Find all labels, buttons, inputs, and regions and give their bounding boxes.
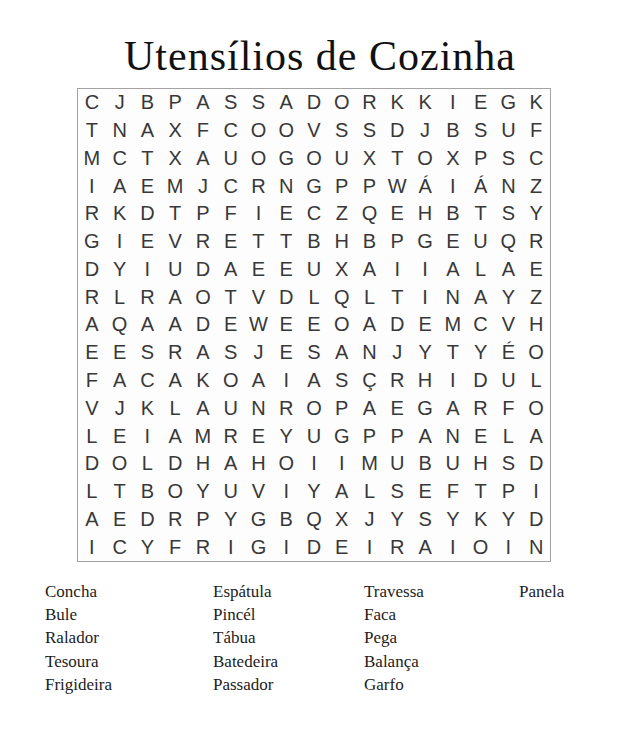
grid-cell[interactable]: O	[522, 339, 550, 367]
grid-cell[interactable]: I	[356, 533, 384, 561]
grid-cell[interactable]: L	[522, 367, 550, 395]
grid-cell[interactable]: E	[383, 394, 411, 422]
word-item: Espátula	[213, 580, 278, 603]
grid-cell[interactable]: F	[78, 367, 106, 395]
grid-cell[interactable]: D	[300, 89, 328, 117]
grid-cell[interactable]: E	[272, 339, 300, 367]
grid-cell[interactable]: A	[356, 311, 384, 339]
grid-cell[interactable]: K	[411, 89, 439, 117]
grid-cell[interactable]: R	[161, 339, 189, 367]
grid-cell[interactable]: Y	[494, 505, 522, 533]
grid-cell[interactable]: D	[161, 450, 189, 478]
grid-cell[interactable]: U	[300, 256, 328, 284]
grid-cell[interactable]: D	[78, 256, 106, 284]
grid-cell[interactable]: B	[134, 89, 162, 117]
grid-cell[interactable]: T	[78, 117, 106, 145]
grid-cell[interactable]: O	[522, 394, 550, 422]
grid-cell[interactable]: M	[161, 172, 189, 200]
word-item: Panela	[519, 580, 564, 603]
grid-cell[interactable]: A	[106, 172, 134, 200]
grid-cell[interactable]: A	[189, 394, 217, 422]
grid-cell[interactable]: A	[189, 89, 217, 117]
grid-cell[interactable]: A	[356, 394, 384, 422]
grid-cell[interactable]: G	[328, 422, 356, 450]
grid-cell[interactable]: R	[522, 228, 550, 256]
grid-cell[interactable]: I	[328, 450, 356, 478]
grid-cell[interactable]: K	[106, 200, 134, 228]
grid-cell[interactable]: F	[439, 478, 467, 506]
grid-cell[interactable]: A	[411, 533, 439, 561]
grid-cell[interactable]: C	[300, 200, 328, 228]
grid-cell[interactable]: Á	[467, 172, 495, 200]
grid-cell[interactable]: D	[300, 533, 328, 561]
grid-cell[interactable]: N	[106, 117, 134, 145]
grid-cell[interactable]: O	[328, 89, 356, 117]
grid-cell[interactable]: O	[106, 450, 134, 478]
grid-cell[interactable]: S	[217, 339, 245, 367]
grid-cell[interactable]: P	[383, 422, 411, 450]
grid-cell[interactable]: C	[106, 145, 134, 173]
grid-cell[interactable]: A	[356, 256, 384, 284]
grid-cell[interactable]: C	[134, 367, 162, 395]
grid-cell[interactable]: E	[328, 533, 356, 561]
grid-cell[interactable]: A	[134, 311, 162, 339]
grid-cell[interactable]: J	[411, 117, 439, 145]
grid-cell[interactable]: E	[411, 311, 439, 339]
grid-cell[interactable]: T	[161, 200, 189, 228]
grid-cell[interactable]: J	[383, 339, 411, 367]
word-item: Tábua	[213, 626, 278, 649]
grid-cell[interactable]: L	[78, 478, 106, 506]
grid-cell[interactable]: Q	[300, 505, 328, 533]
grid-cell[interactable]: X	[161, 145, 189, 173]
grid-cell[interactable]: I	[272, 367, 300, 395]
grid-cell[interactable]: B	[356, 228, 384, 256]
grid-cell[interactable]: H	[411, 200, 439, 228]
grid-cell[interactable]: A	[494, 256, 522, 284]
grid-cell[interactable]: S	[300, 339, 328, 367]
grid-cell[interactable]: T	[439, 339, 467, 367]
grid-cell[interactable]: Y	[300, 478, 328, 506]
grid-cell[interactable]: D	[78, 450, 106, 478]
grid-cell[interactable]: G	[411, 228, 439, 256]
grid-cell[interactable]: A	[161, 422, 189, 450]
grid-cell[interactable]: A	[134, 117, 162, 145]
grid-cell[interactable]: C	[217, 172, 245, 200]
grid-cell[interactable]: Y	[439, 505, 467, 533]
grid-cell[interactable]: B	[300, 228, 328, 256]
grid-cell[interactable]: M	[78, 145, 106, 173]
word-item: Tesoura	[45, 650, 112, 673]
grid-cell[interactable]: B	[439, 117, 467, 145]
grid-cell[interactable]: Ç	[356, 367, 384, 395]
grid-cell[interactable]: L	[467, 256, 495, 284]
grid-cell[interactable]: O	[189, 283, 217, 311]
grid-cell[interactable]: Z	[522, 283, 550, 311]
grid-cell[interactable]: Q	[494, 228, 522, 256]
grid-cell[interactable]: N	[272, 172, 300, 200]
grid-cell[interactable]: E	[300, 311, 328, 339]
grid-cell[interactable]: P	[356, 172, 384, 200]
grid-cell[interactable]: C	[467, 311, 495, 339]
grid-cell[interactable]: U	[328, 145, 356, 173]
grid-cell[interactable]: S	[328, 367, 356, 395]
grid-cell[interactable]: B	[411, 450, 439, 478]
grid-cell[interactable]: S	[356, 117, 384, 145]
grid-cell[interactable]: X	[439, 145, 467, 173]
word-item: Travessa	[364, 580, 424, 603]
grid-cell[interactable]: G	[272, 145, 300, 173]
grid-cell[interactable]: V	[245, 478, 273, 506]
grid-cell[interactable]: S	[494, 450, 522, 478]
grid-cell[interactable]: K	[467, 505, 495, 533]
grid-cell[interactable]: É	[494, 339, 522, 367]
grid-cell[interactable]: I	[245, 200, 273, 228]
grid-cell[interactable]: M	[356, 450, 384, 478]
grid-cell[interactable]: Y	[494, 283, 522, 311]
grid-cell[interactable]: D	[272, 283, 300, 311]
grid-cell[interactable]: A	[522, 422, 550, 450]
grid-cell[interactable]: S	[245, 89, 273, 117]
grid-cell[interactable]: I	[78, 533, 106, 561]
grid-cell[interactable]: Á	[411, 172, 439, 200]
grid-cell[interactable]: U	[439, 450, 467, 478]
grid-cell[interactable]: R	[272, 394, 300, 422]
grid-cell[interactable]: W	[245, 311, 273, 339]
grid-cell[interactable]: F	[522, 117, 550, 145]
grid-cell[interactable]: K	[522, 89, 550, 117]
grid-cell[interactable]: J	[106, 394, 134, 422]
word-item: Passador	[213, 673, 278, 696]
grid-cell[interactable]: T	[383, 283, 411, 311]
grid-cell[interactable]: F	[494, 394, 522, 422]
grid-cell[interactable]: D	[522, 505, 550, 533]
grid-cell[interactable]: O	[272, 117, 300, 145]
grid-cell[interactable]: G	[494, 89, 522, 117]
grid-cell[interactable]: P	[328, 172, 356, 200]
grid-cell[interactable]: M	[439, 311, 467, 339]
grid-cell[interactable]: Q	[328, 283, 356, 311]
word-item: Balança	[364, 650, 424, 673]
grid-cell[interactable]: A	[217, 256, 245, 284]
grid-cell[interactable]: E	[411, 478, 439, 506]
grid-cell[interactable]: Q	[356, 200, 384, 228]
grid-cell[interactable]: D	[134, 505, 162, 533]
grid-cell[interactable]: A	[189, 339, 217, 367]
grid-cell[interactable]: L	[356, 283, 384, 311]
word-list-column: ConchaBuleRaladorTesouraFrigideira	[45, 580, 112, 696]
grid-cell[interactable]: S	[467, 117, 495, 145]
grid-cell[interactable]: G	[245, 505, 273, 533]
grid-cell[interactable]: A	[217, 450, 245, 478]
grid-cell[interactable]: A	[161, 311, 189, 339]
grid-cell[interactable]: U	[467, 228, 495, 256]
grid-cell[interactable]: E	[245, 422, 273, 450]
grid-cell[interactable]: S	[134, 339, 162, 367]
grid-cell[interactable]: K	[383, 89, 411, 117]
grid-cell[interactable]: S	[411, 505, 439, 533]
grid-cell[interactable]: Y	[134, 533, 162, 561]
grid-cell[interactable]: X	[328, 505, 356, 533]
grid-cell[interactable]: X	[356, 145, 384, 173]
grid-cell[interactable]: A	[272, 89, 300, 117]
grid-cell[interactable]: V	[78, 394, 106, 422]
grid-cell[interactable]: I	[300, 450, 328, 478]
grid-cell[interactable]: I	[439, 89, 467, 117]
grid-cell[interactable]: Y	[522, 200, 550, 228]
grid-cell[interactable]: N	[356, 339, 384, 367]
grid-cell[interactable]: E	[467, 422, 495, 450]
grid-cell[interactable]: C	[78, 89, 106, 117]
grid-cell[interactable]: G	[411, 394, 439, 422]
grid-cell[interactable]: I	[383, 256, 411, 284]
grid-cell[interactable]: D	[522, 450, 550, 478]
grid-cell[interactable]: T	[383, 145, 411, 173]
grid-cell[interactable]: E	[134, 228, 162, 256]
grid-cell[interactable]: P	[161, 89, 189, 117]
grid-cell[interactable]: E	[383, 200, 411, 228]
grid-cell[interactable]: Y	[467, 339, 495, 367]
grid-cell[interactable]: R	[356, 89, 384, 117]
grid-cell[interactable]: R	[78, 283, 106, 311]
grid-cell[interactable]: X	[161, 117, 189, 145]
grid-cell[interactable]: E	[272, 311, 300, 339]
grid-cell[interactable]: A	[78, 311, 106, 339]
grid-cell[interactable]: E	[439, 228, 467, 256]
grid-cell[interactable]: I	[411, 283, 439, 311]
grid-cell[interactable]: Z	[522, 172, 550, 200]
grid-cell[interactable]: J	[356, 505, 384, 533]
grid-cell[interactable]: J	[245, 339, 273, 367]
grid-cell[interactable]: O	[245, 117, 273, 145]
grid-cell[interactable]: L	[494, 422, 522, 450]
grid-cell[interactable]: A	[467, 283, 495, 311]
grid-cell[interactable]: D	[383, 311, 411, 339]
grid-cell[interactable]: R	[78, 200, 106, 228]
grid-cell[interactable]: J	[189, 172, 217, 200]
grid-cell[interactable]: B	[439, 200, 467, 228]
grid-cell[interactable]: O	[161, 478, 189, 506]
grid-cell[interactable]: E	[78, 339, 106, 367]
grid-cell[interactable]: Z	[328, 200, 356, 228]
grid-cell[interactable]: A	[300, 367, 328, 395]
grid-cell[interactable]: R	[467, 394, 495, 422]
grid-cell[interactable]: C	[106, 533, 134, 561]
grid-cell[interactable]: L	[300, 283, 328, 311]
grid-cell[interactable]: L	[134, 450, 162, 478]
word-item: Faca	[364, 603, 424, 626]
grid-cell[interactable]: T	[272, 228, 300, 256]
grid-cell[interactable]: A	[328, 478, 356, 506]
grid-cell[interactable]: U	[217, 478, 245, 506]
grid-cell[interactable]: P	[467, 145, 495, 173]
grid-cell[interactable]: R	[245, 172, 273, 200]
grid-cell[interactable]: P	[383, 228, 411, 256]
grid-cell[interactable]: U	[494, 367, 522, 395]
grid-cell[interactable]: N	[245, 394, 273, 422]
grid-cell[interactable]: J	[106, 89, 134, 117]
grid-cell[interactable]: A	[161, 367, 189, 395]
grid-cell[interactable]: P	[189, 200, 217, 228]
grid-cell[interactable]: G	[300, 172, 328, 200]
grid-cell[interactable]: Y	[189, 478, 217, 506]
grid-cell[interactable]: E	[272, 256, 300, 284]
grid-cell[interactable]: D	[383, 117, 411, 145]
grid-cell[interactable]: E	[272, 200, 300, 228]
grid-cell[interactable]: H	[328, 228, 356, 256]
grid-cell[interactable]: R	[189, 533, 217, 561]
grid-cell[interactable]: U	[300, 422, 328, 450]
grid-cell[interactable]: I	[272, 478, 300, 506]
grid-cell[interactable]: I	[217, 533, 245, 561]
grid-cell[interactable]: A	[439, 394, 467, 422]
grid-cell[interactable]: A	[411, 422, 439, 450]
grid-cell[interactable]: N	[439, 283, 467, 311]
grid-cell[interactable]: E	[134, 172, 162, 200]
grid-cell[interactable]: T	[106, 478, 134, 506]
grid-cell[interactable]: U	[217, 145, 245, 173]
grid-cell[interactable]: R	[134, 283, 162, 311]
grid-cell[interactable]: O	[411, 145, 439, 173]
grid-cell[interactable]: I	[494, 533, 522, 561]
grid-cell[interactable]: D	[189, 256, 217, 284]
grid-cell[interactable]: R	[217, 422, 245, 450]
grid-cell[interactable]: O	[300, 394, 328, 422]
grid-cell[interactable]: T	[245, 228, 273, 256]
grid-cell[interactable]: T	[217, 283, 245, 311]
grid-cell[interactable]: K	[134, 394, 162, 422]
grid-cell[interactable]: H	[245, 450, 273, 478]
grid-cell[interactable]: Y	[106, 256, 134, 284]
grid-cell[interactable]: L	[161, 394, 189, 422]
grid-cell[interactable]: A	[78, 505, 106, 533]
grid-cell[interactable]: S	[217, 89, 245, 117]
grid-cell[interactable]: Y	[217, 505, 245, 533]
grid-cell[interactable]: P	[494, 478, 522, 506]
grid-cell[interactable]: E	[106, 422, 134, 450]
grid-cell[interactable]: O	[272, 450, 300, 478]
grid-cell[interactable]: V	[245, 283, 273, 311]
grid-cell[interactable]: E	[467, 89, 495, 117]
grid-cell[interactable]: R	[189, 228, 217, 256]
grid-cell[interactable]: I	[439, 367, 467, 395]
grid-cell[interactable]: Y	[411, 339, 439, 367]
grid-cell[interactable]: E	[217, 228, 245, 256]
grid-cell[interactable]: S	[383, 478, 411, 506]
grid-cell[interactable]: I	[272, 533, 300, 561]
grid-cell[interactable]: P	[328, 394, 356, 422]
grid-cell[interactable]: H	[522, 311, 550, 339]
grid-cell[interactable]: R	[383, 367, 411, 395]
grid-cell[interactable]: I	[134, 256, 162, 284]
grid-cell[interactable]: A	[106, 367, 134, 395]
grid-cell[interactable]: G	[245, 533, 273, 561]
grid-cell[interactable]: T	[134, 145, 162, 173]
grid-cell[interactable]: N	[522, 533, 550, 561]
grid-cell[interactable]: B	[134, 478, 162, 506]
grid-cell[interactable]: I	[439, 533, 467, 561]
grid-cell[interactable]: E	[106, 339, 134, 367]
grid-cell[interactable]: H	[467, 450, 495, 478]
grid-cell[interactable]: C	[217, 117, 245, 145]
grid-cell[interactable]: A	[328, 339, 356, 367]
grid-cell[interactable]: V	[494, 311, 522, 339]
grid-cell[interactable]: O	[328, 311, 356, 339]
grid-cell[interactable]: T	[467, 478, 495, 506]
grid-cell[interactable]: S	[328, 117, 356, 145]
grid-cell[interactable]: I	[134, 422, 162, 450]
grid-cell[interactable]: V	[300, 117, 328, 145]
grid-cell[interactable]: A	[245, 367, 273, 395]
grid-cell[interactable]: W	[383, 172, 411, 200]
grid-cell[interactable]: H	[189, 450, 217, 478]
grid-cell[interactable]: I	[439, 172, 467, 200]
grid-cell[interactable]: U	[383, 450, 411, 478]
grid-cell[interactable]: C	[522, 145, 550, 173]
grid-cell[interactable]: U	[161, 256, 189, 284]
grid-cell[interactable]: I	[522, 478, 550, 506]
grid-cell[interactable]: Y	[383, 505, 411, 533]
grid-cell[interactable]: N	[439, 422, 467, 450]
grid-cell[interactable]: M	[189, 422, 217, 450]
grid-cell[interactable]: U	[217, 394, 245, 422]
grid-cell[interactable]: E	[245, 256, 273, 284]
grid-cell[interactable]: I	[78, 172, 106, 200]
grid-cell[interactable]: S	[494, 145, 522, 173]
grid-cell[interactable]: A	[189, 145, 217, 173]
grid-cell[interactable]: T	[467, 200, 495, 228]
grid-cell[interactable]: L	[356, 478, 384, 506]
grid-cell[interactable]: F	[161, 533, 189, 561]
grid-cell[interactable]: A	[439, 256, 467, 284]
grid-cell[interactable]: G	[78, 228, 106, 256]
grid-cell[interactable]: N	[494, 172, 522, 200]
grid-cell[interactable]: F	[189, 117, 217, 145]
grid-cell[interactable]: E	[522, 256, 550, 284]
grid-cell[interactable]: E	[217, 311, 245, 339]
grid-cell[interactable]: E	[106, 505, 134, 533]
page-title: Utensílios de Cozinha	[0, 32, 640, 80]
grid-cell[interactable]: D	[467, 367, 495, 395]
grid-cell[interactable]: D	[189, 311, 217, 339]
grid-cell[interactable]: Q	[106, 311, 134, 339]
grid-cell[interactable]: L	[106, 283, 134, 311]
grid-cell[interactable]: H	[411, 367, 439, 395]
grid-cell[interactable]: B	[272, 505, 300, 533]
grid-cell[interactable]: S	[494, 200, 522, 228]
grid-cell[interactable]: O	[467, 533, 495, 561]
grid-cell[interactable]: F	[217, 200, 245, 228]
grid-cell[interactable]: I	[106, 228, 134, 256]
grid-cell[interactable]: R	[383, 533, 411, 561]
grid-cell[interactable]: R	[161, 505, 189, 533]
grid-cell[interactable]: K	[189, 367, 217, 395]
grid-cell[interactable]: O	[217, 367, 245, 395]
grid-cell[interactable]: L	[78, 422, 106, 450]
grid-cell[interactable]: D	[134, 200, 162, 228]
grid-cell[interactable]: U	[494, 117, 522, 145]
grid-cell[interactable]: P	[189, 505, 217, 533]
grid-cell[interactable]: A	[161, 283, 189, 311]
grid-cell[interactable]: I	[411, 256, 439, 284]
grid-cell[interactable]: O	[245, 145, 273, 173]
word-item: Concha	[45, 580, 112, 603]
grid-cell[interactable]: X	[328, 256, 356, 284]
grid-cell[interactable]: V	[161, 228, 189, 256]
grid-cell[interactable]: P	[356, 422, 384, 450]
grid-cell[interactable]: O	[300, 145, 328, 173]
grid-cell[interactable]: Y	[272, 422, 300, 450]
